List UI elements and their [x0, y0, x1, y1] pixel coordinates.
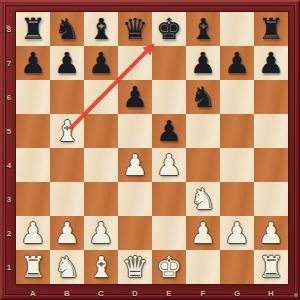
square-d8[interactable]: ♛: [118, 12, 152, 46]
square-c2[interactable]: ♟: [84, 216, 118, 250]
square-f2[interactable]: ♟: [186, 216, 220, 250]
piece-black-pawn-g7[interactable]: ♟: [224, 46, 250, 80]
square-c7[interactable]: ♟: [84, 46, 118, 80]
piece-black-pawn-a7[interactable]: ♟: [20, 46, 46, 80]
square-f8[interactable]: ♝: [186, 12, 220, 46]
piece-black-bishop-f8[interactable]: ♝: [190, 12, 216, 46]
square-e4[interactable]: ♟: [152, 148, 186, 182]
piece-black-pawn-f7[interactable]: ♟: [190, 46, 216, 80]
square-e1[interactable]: ♚: [152, 250, 186, 284]
file-label-H: H: [254, 286, 288, 300]
square-c1[interactable]: ♝: [84, 250, 118, 284]
piece-white-pawn-f2[interactable]: ♟: [190, 216, 216, 250]
square-a1[interactable]: ♜: [16, 250, 50, 284]
piece-black-rook-a8[interactable]: ♜: [20, 12, 46, 46]
piece-white-bishop-b5[interactable]: ♝: [54, 114, 80, 148]
piece-white-queen-d1[interactable]: ♛: [122, 250, 148, 284]
piece-white-pawn-a2[interactable]: ♟: [20, 216, 46, 250]
piece-white-rook-a1[interactable]: ♜: [20, 250, 46, 284]
frame-pin: [6, 25, 10, 29]
piece-black-queen-d8[interactable]: ♛: [122, 12, 148, 46]
file-label-G: G: [220, 286, 254, 300]
file-label-A: A: [16, 286, 50, 300]
piece-black-rook-h8[interactable]: ♜: [258, 12, 284, 46]
rank-label-8: 8: [2, 12, 16, 46]
square-d6[interactable]: ♟: [118, 80, 152, 114]
square-e6[interactable]: [152, 80, 186, 114]
piece-white-rook-h1[interactable]: ♜: [258, 250, 284, 284]
square-g4[interactable]: [220, 148, 254, 182]
rank-label-4: 4: [2, 148, 16, 182]
square-a8[interactable]: ♜: [16, 12, 50, 46]
square-b6[interactable]: [50, 80, 84, 114]
piece-black-pawn-e5[interactable]: ♟: [156, 114, 182, 148]
piece-black-knight-f6[interactable]: ♞: [190, 80, 216, 114]
square-d7[interactable]: [118, 46, 152, 80]
piece-white-pawn-g2[interactable]: ♟: [224, 216, 250, 250]
piece-black-king-e8[interactable]: ♚: [156, 12, 182, 46]
file-label-F: F: [186, 286, 220, 300]
square-f4[interactable]: [186, 148, 220, 182]
frame-pin: [294, 293, 298, 297]
square-c6[interactable]: [84, 80, 118, 114]
square-c4[interactable]: [84, 148, 118, 182]
square-h2[interactable]: ♟: [254, 216, 288, 250]
piece-black-bishop-c8[interactable]: ♝: [88, 12, 114, 46]
square-g7[interactable]: ♟: [220, 46, 254, 80]
piece-white-knight-b1[interactable]: ♞: [54, 250, 80, 284]
file-label-E: E: [152, 286, 186, 300]
chess-board: ♜♞♝♛♚♝♜♟♟♟♟♟♟♟♞♝♟♟♟♞♟♟♟♟♟♟♜♞♝♛♚♜: [16, 12, 288, 284]
square-e8[interactable]: ♚: [152, 12, 186, 46]
square-a5[interactable]: [16, 114, 50, 148]
rank-label-5: 5: [2, 114, 16, 148]
square-b3[interactable]: [50, 182, 84, 216]
square-h1[interactable]: ♜: [254, 250, 288, 284]
square-a3[interactable]: [16, 182, 50, 216]
chess-board-photo: ♜♞♝♛♚♝♜♟♟♟♟♟♟♟♞♝♟♟♟♞♟♟♟♟♟♟♜♞♝♛♚♜ 8765432…: [0, 0, 300, 300]
square-f5[interactable]: [186, 114, 220, 148]
piece-black-pawn-b7[interactable]: ♟: [54, 46, 80, 80]
square-h8[interactable]: ♜: [254, 12, 288, 46]
square-g6[interactable]: [220, 80, 254, 114]
file-label-D: D: [118, 286, 152, 300]
piece-white-bishop-c1[interactable]: ♝: [88, 250, 114, 284]
square-b2[interactable]: ♟: [50, 216, 84, 250]
square-g5[interactable]: [220, 114, 254, 148]
piece-white-pawn-c2[interactable]: ♟: [88, 216, 114, 250]
square-c3[interactable]: [84, 182, 118, 216]
square-a6[interactable]: [16, 80, 50, 114]
square-c5[interactable]: [84, 114, 118, 148]
square-f1[interactable]: [186, 250, 220, 284]
piece-white-king-e1[interactable]: ♚: [156, 250, 182, 284]
square-a7[interactable]: ♟: [16, 46, 50, 80]
file-label-C: C: [84, 286, 118, 300]
square-g2[interactable]: ♟: [220, 216, 254, 250]
piece-black-pawn-d6[interactable]: ♟: [122, 80, 148, 114]
square-d5[interactable]: [118, 114, 152, 148]
piece-white-knight-f3[interactable]: ♞: [190, 182, 216, 216]
piece-black-pawn-c7[interactable]: ♟: [88, 46, 114, 80]
square-g3[interactable]: [220, 182, 254, 216]
rank-label-2: 2: [2, 216, 16, 250]
square-h4[interactable]: [254, 148, 288, 182]
square-e7[interactable]: [152, 46, 186, 80]
square-d1[interactable]: ♛: [118, 250, 152, 284]
square-e5[interactable]: ♟: [152, 114, 186, 148]
square-c8[interactable]: ♝: [84, 12, 118, 46]
piece-black-pawn-h7[interactable]: ♟: [258, 46, 284, 80]
file-label-B: B: [50, 286, 84, 300]
square-b5[interactable]: ♝: [50, 114, 84, 148]
square-e3[interactable]: [152, 182, 186, 216]
rank-label-3: 3: [2, 182, 16, 216]
square-g1[interactable]: [220, 250, 254, 284]
square-h5[interactable]: [254, 114, 288, 148]
rank-label-7: 7: [2, 46, 16, 80]
square-e2[interactable]: [152, 216, 186, 250]
square-g8[interactable]: [220, 12, 254, 46]
piece-white-pawn-d4[interactable]: ♟: [122, 148, 148, 182]
square-a2[interactable]: ♟: [16, 216, 50, 250]
square-b8[interactable]: ♞: [50, 12, 84, 46]
square-b7[interactable]: ♟: [50, 46, 84, 80]
rank-label-6: 6: [2, 80, 16, 114]
square-d3[interactable]: [118, 182, 152, 216]
square-h7[interactable]: ♟: [254, 46, 288, 80]
square-b4[interactable]: [50, 148, 84, 182]
square-h6[interactable]: [254, 80, 288, 114]
piece-white-pawn-h2[interactable]: ♟: [258, 216, 284, 250]
square-a4[interactable]: [16, 148, 50, 182]
square-f6[interactable]: ♞: [186, 80, 220, 114]
square-h3[interactable]: [254, 182, 288, 216]
square-b1[interactable]: ♞: [50, 250, 84, 284]
square-d2[interactable]: [118, 216, 152, 250]
piece-black-knight-b8[interactable]: ♞: [54, 12, 80, 46]
piece-white-pawn-b2[interactable]: ♟: [54, 216, 80, 250]
square-f3[interactable]: ♞: [186, 182, 220, 216]
rank-label-1: 1: [2, 250, 16, 284]
square-f7[interactable]: ♟: [186, 46, 220, 80]
square-d4[interactable]: ♟: [118, 148, 152, 182]
piece-white-pawn-e4[interactable]: ♟: [156, 148, 182, 182]
